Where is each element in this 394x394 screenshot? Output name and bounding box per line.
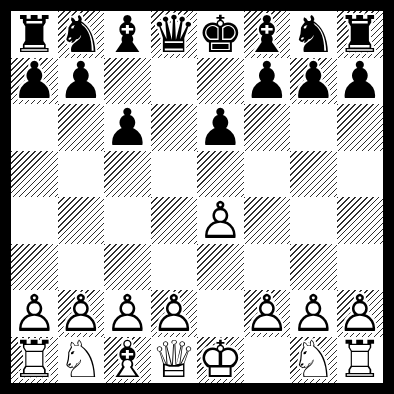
piece-glyph-fill: ♝ [244, 11, 291, 58]
square-a4[interactable] [11, 197, 58, 244]
square-e7[interactable] [197, 58, 244, 105]
square-d5[interactable] [151, 151, 198, 198]
square-a2[interactable]: ♟♙ [11, 290, 58, 337]
square-c4[interactable] [104, 197, 151, 244]
black-pawn: ♟ [11, 58, 58, 105]
piece-glyph-fill: ♞ [58, 11, 105, 58]
square-d6[interactable] [151, 104, 198, 151]
chess-board: ♜♞♝♛♚♝♞♜♟♟♟♟♟♟♟♟♙♟♙♟♙♟♙♟♙♟♙♟♙♟♙♜♖♞♘♝♗♛♕♚… [11, 11, 383, 383]
square-e6[interactable]: ♟ [197, 104, 244, 151]
black-knight: ♞ [58, 11, 105, 58]
piece-glyph-fill: ♟ [290, 290, 337, 337]
square-a1[interactable]: ♜♖ [11, 337, 58, 384]
white-pawn: ♟♙ [337, 290, 384, 337]
piece-glyph-outline: ♙ [11, 290, 58, 337]
square-g8[interactable]: ♞ [290, 11, 337, 58]
piece-glyph-outline: ♙ [151, 290, 198, 337]
square-h6[interactable] [337, 104, 384, 151]
square-d4[interactable] [151, 197, 198, 244]
square-b1[interactable]: ♞♘ [58, 337, 105, 384]
square-g4[interactable] [290, 197, 337, 244]
piece-glyph-fill: ♞ [58, 337, 105, 384]
piece-glyph-outline: ♙ [197, 197, 244, 244]
square-f6[interactable] [244, 104, 291, 151]
square-h4[interactable] [337, 197, 384, 244]
piece-glyph-outline: ♙ [104, 290, 151, 337]
piece-glyph-fill: ♟ [104, 104, 151, 151]
square-b2[interactable]: ♟♙ [58, 290, 105, 337]
piece-glyph-fill: ♟ [58, 290, 105, 337]
piece-glyph-fill: ♟ [337, 58, 384, 105]
piece-glyph-fill: ♟ [104, 290, 151, 337]
square-g2[interactable]: ♟♙ [290, 290, 337, 337]
square-e1[interactable]: ♚♔ [197, 337, 244, 384]
white-pawn: ♟♙ [58, 290, 105, 337]
white-knight: ♞♘ [58, 337, 105, 384]
square-b8[interactable]: ♞ [58, 11, 105, 58]
piece-glyph-fill: ♜ [337, 337, 384, 384]
white-pawn: ♟♙ [151, 290, 198, 337]
white-bishop: ♝♗ [104, 337, 151, 384]
square-c1[interactable]: ♝♗ [104, 337, 151, 384]
piece-glyph-outline: ♔ [197, 337, 244, 384]
black-pawn: ♟ [244, 58, 291, 105]
piece-glyph-outline: ♖ [11, 337, 58, 384]
square-g5[interactable] [290, 151, 337, 198]
square-f5[interactable] [244, 151, 291, 198]
piece-glyph-outline: ♙ [58, 290, 105, 337]
square-c2[interactable]: ♟♙ [104, 290, 151, 337]
piece-glyph-fill: ♟ [11, 290, 58, 337]
square-a7[interactable]: ♟ [11, 58, 58, 105]
piece-glyph-fill: ♛ [151, 337, 198, 384]
square-d7[interactable] [151, 58, 198, 105]
piece-glyph-outline: ♖ [337, 337, 384, 384]
black-pawn: ♟ [337, 58, 384, 105]
square-b4[interactable] [58, 197, 105, 244]
square-f8[interactable]: ♝ [244, 11, 291, 58]
square-a5[interactable] [11, 151, 58, 198]
piece-glyph-fill: ♜ [11, 11, 58, 58]
black-bishop: ♝ [244, 11, 291, 58]
square-f4[interactable] [244, 197, 291, 244]
piece-glyph-fill: ♟ [244, 290, 291, 337]
square-b7[interactable]: ♟ [58, 58, 105, 105]
square-g1[interactable]: ♞♘ [290, 337, 337, 384]
piece-glyph-fill: ♟ [197, 197, 244, 244]
black-king: ♚ [197, 11, 244, 58]
piece-glyph-fill: ♞ [290, 337, 337, 384]
white-pawn: ♟♙ [11, 290, 58, 337]
black-rook: ♜ [11, 11, 58, 58]
piece-glyph-fill: ♜ [11, 337, 58, 384]
piece-glyph-outline: ♙ [244, 290, 291, 337]
white-pawn: ♟♙ [290, 290, 337, 337]
square-g6[interactable] [290, 104, 337, 151]
piece-glyph-fill: ♟ [11, 58, 58, 105]
square-a8[interactable]: ♜ [11, 11, 58, 58]
piece-glyph-outline: ♙ [290, 290, 337, 337]
piece-glyph-fill: ♟ [58, 58, 105, 105]
square-f7[interactable]: ♟ [244, 58, 291, 105]
square-f2[interactable]: ♟♙ [244, 290, 291, 337]
black-bishop: ♝ [104, 11, 151, 58]
piece-glyph-fill: ♟ [290, 58, 337, 105]
square-c7[interactable] [104, 58, 151, 105]
black-pawn: ♟ [290, 58, 337, 105]
square-h7[interactable]: ♟ [337, 58, 384, 105]
square-e2[interactable] [197, 290, 244, 337]
piece-glyph-outline: ♘ [290, 337, 337, 384]
square-c6[interactable]: ♟ [104, 104, 151, 151]
piece-glyph-outline: ♕ [151, 337, 198, 384]
white-pawn: ♟♙ [244, 290, 291, 337]
square-f1[interactable] [244, 337, 291, 384]
square-b6[interactable] [58, 104, 105, 151]
square-e5[interactable] [197, 151, 244, 198]
square-b3[interactable] [58, 244, 105, 291]
square-c8[interactable]: ♝ [104, 11, 151, 58]
square-d2[interactable]: ♟♙ [151, 290, 198, 337]
square-a6[interactable] [11, 104, 58, 151]
piece-glyph-fill: ♚ [197, 11, 244, 58]
square-e4[interactable]: ♟♙ [197, 197, 244, 244]
black-pawn: ♟ [104, 104, 151, 151]
square-h1[interactable]: ♜♖ [337, 337, 384, 384]
square-h5[interactable] [337, 151, 384, 198]
piece-glyph-fill: ♝ [104, 337, 151, 384]
piece-glyph-fill: ♚ [197, 337, 244, 384]
square-c5[interactable] [104, 151, 151, 198]
square-d8[interactable]: ♛ [151, 11, 198, 58]
square-e3[interactable] [197, 244, 244, 291]
white-queen: ♛♕ [151, 337, 198, 384]
square-e8[interactable]: ♚ [197, 11, 244, 58]
square-g7[interactable]: ♟ [290, 58, 337, 105]
black-pawn: ♟ [197, 104, 244, 151]
piece-glyph-outline: ♗ [104, 337, 151, 384]
piece-glyph-outline: ♘ [58, 337, 105, 384]
square-c3[interactable] [104, 244, 151, 291]
black-pawn: ♟ [58, 58, 105, 105]
piece-glyph-fill: ♛ [151, 11, 198, 58]
piece-glyph-fill: ♟ [197, 104, 244, 151]
white-knight: ♞♘ [290, 337, 337, 384]
piece-glyph-fill: ♞ [290, 11, 337, 58]
square-b5[interactable] [58, 151, 105, 198]
white-rook: ♜♖ [11, 337, 58, 384]
black-knight: ♞ [290, 11, 337, 58]
square-h2[interactable]: ♟♙ [337, 290, 384, 337]
piece-glyph-fill: ♝ [104, 11, 151, 58]
piece-glyph-fill: ♟ [337, 290, 384, 337]
white-pawn: ♟♙ [197, 197, 244, 244]
square-h3[interactable] [337, 244, 384, 291]
white-rook: ♜♖ [337, 337, 384, 384]
square-a3[interactable] [11, 244, 58, 291]
square-f3[interactable] [244, 244, 291, 291]
board-frame: ♜♞♝♛♚♝♞♜♟♟♟♟♟♟♟♟♙♟♙♟♙♟♙♟♙♟♙♟♙♟♙♜♖♞♘♝♗♛♕♚… [0, 0, 394, 394]
square-d3[interactable] [151, 244, 198, 291]
square-g3[interactable] [290, 244, 337, 291]
black-queen: ♛ [151, 11, 198, 58]
square-d1[interactable]: ♛♕ [151, 337, 198, 384]
piece-glyph-fill: ♟ [244, 58, 291, 105]
white-pawn: ♟♙ [104, 290, 151, 337]
piece-glyph-fill: ♜ [337, 11, 384, 58]
white-king: ♚♔ [197, 337, 244, 384]
square-h8[interactable]: ♜ [337, 11, 384, 58]
black-rook: ♜ [337, 11, 384, 58]
piece-glyph-outline: ♙ [337, 290, 384, 337]
piece-glyph-fill: ♟ [151, 290, 198, 337]
